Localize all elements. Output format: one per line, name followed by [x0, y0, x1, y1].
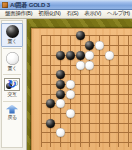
board-intersection[interactable] [95, 128, 105, 138]
board-intersection[interactable] [66, 128, 76, 138]
board-intersection[interactable] [56, 89, 66, 99]
board-intersection[interactable] [56, 128, 66, 138]
toolbar-separator [3, 48, 21, 49]
board-intersection[interactable] [66, 70, 76, 80]
board-intersection[interactable] [36, 31, 46, 41]
board-intersection[interactable] [46, 80, 56, 90]
board-intersection[interactable] [46, 118, 56, 128]
board-intersection[interactable] [46, 89, 56, 99]
board-intersection[interactable] [66, 41, 76, 51]
place-white-label: 置く [7, 66, 16, 72]
black-stone [76, 31, 85, 40]
board-intersection[interactable] [104, 80, 114, 90]
board-intersection[interactable] [124, 41, 132, 51]
board-intersection[interactable] [124, 31, 132, 41]
board-intersection[interactable] [46, 99, 56, 109]
board-intersection[interactable] [114, 70, 124, 80]
board-intersection[interactable] [124, 60, 132, 70]
white-stone [85, 61, 94, 70]
board-intersection[interactable] [124, 118, 132, 128]
menu-item-1[interactable]: 初期化(N) [35, 11, 63, 17]
board-intersection[interactable] [56, 118, 66, 128]
board-intersection[interactable] [104, 99, 114, 109]
white-stone [56, 99, 65, 108]
menu-item-4[interactable]: ヘルプ(H) [104, 11, 132, 17]
board-intersection[interactable] [114, 138, 124, 148]
go-board [31, 28, 132, 150]
board-intersection[interactable] [124, 128, 132, 138]
board-intersection[interactable] [85, 31, 95, 41]
white-stone [95, 41, 104, 50]
board-intersection[interactable] [75, 99, 85, 109]
board-intersection[interactable] [104, 51, 114, 61]
toolbar-separator [3, 101, 21, 102]
board-intersection[interactable] [124, 138, 132, 148]
board-intersection[interactable] [85, 118, 95, 128]
board-intersection[interactable] [95, 60, 105, 70]
white-stone [66, 80, 75, 89]
black-stone [85, 41, 94, 50]
menu-item-3[interactable]: 表示(V) [81, 11, 104, 17]
black-stone [56, 80, 65, 89]
board-intersection[interactable] [36, 99, 46, 109]
board-intersection[interactable] [124, 99, 132, 109]
board-intersection[interactable] [95, 51, 105, 61]
title-bar[interactable]: AI囲碁 GOLD 3 [0, 0, 132, 10]
board-intersection[interactable] [95, 109, 105, 119]
board-intersection[interactable] [124, 109, 132, 119]
board-intersection[interactable] [85, 109, 95, 119]
back-button[interactable]: 戻る [1, 103, 23, 123]
back-label: 戻る [7, 115, 16, 121]
board-intersection[interactable] [95, 138, 105, 148]
board-intersection[interactable] [36, 41, 46, 51]
white-stone [105, 51, 114, 60]
board-intersection[interactable] [46, 70, 56, 80]
board-intersection[interactable] [114, 118, 124, 128]
board-intersection[interactable] [66, 118, 76, 128]
board-intersection[interactable] [95, 41, 105, 51]
board-intersection[interactable] [85, 80, 95, 90]
place-black-label: 置く [7, 39, 16, 45]
board-intersection[interactable] [85, 51, 95, 61]
alternate-label: 交互 [8, 92, 17, 98]
board-intersection[interactable] [124, 80, 132, 90]
menu-item-2[interactable]: 石(S) [64, 11, 82, 17]
white-stone-icon [6, 52, 19, 65]
board-intersection[interactable] [75, 109, 85, 119]
black-stone-icon [6, 25, 19, 38]
board-intersection[interactable] [56, 80, 66, 90]
board-intersection[interactable] [114, 109, 124, 119]
board-intersection[interactable] [104, 109, 114, 119]
edit-toolbar-buttons: 置く置く↻交互戻る [1, 20, 23, 148]
black-stone [76, 51, 85, 60]
white-stone [66, 90, 75, 99]
board-intersection[interactable] [66, 60, 76, 70]
board-intersection[interactable] [114, 51, 124, 61]
go-grid [36, 31, 132, 147]
board-intersection[interactable] [46, 138, 56, 148]
board-intersection[interactable] [104, 128, 114, 138]
board-intersection[interactable] [75, 41, 85, 51]
place-white-button[interactable]: 置く [1, 50, 23, 74]
menu-bar: 盤面操作(B)初期化(N)石(S)表示(V)ヘルプ(H) [0, 10, 132, 19]
white-stone [56, 128, 65, 137]
board-intersection[interactable] [56, 51, 66, 61]
board-intersection[interactable] [46, 109, 56, 119]
board-intersection[interactable] [104, 60, 114, 70]
black-stone [56, 70, 65, 79]
board-intersection[interactable] [124, 89, 132, 99]
board-intersection[interactable] [85, 41, 95, 51]
board-intersection[interactable] [36, 80, 46, 90]
board-intersection[interactable] [95, 80, 105, 90]
board-intersection[interactable] [66, 89, 76, 99]
board-intersection[interactable] [46, 60, 56, 70]
app-window: AI囲碁 GOLD 3 盤面操作(B)初期化(N)石(S)表示(V)ヘルプ(H)… [0, 0, 132, 150]
board-intersection[interactable] [66, 99, 76, 109]
board-intersection[interactable] [114, 128, 124, 138]
board-intersection[interactable] [46, 41, 56, 51]
board-intersection[interactable] [95, 70, 105, 80]
board-intersection[interactable] [75, 138, 85, 148]
board-intersection[interactable] [104, 70, 114, 80]
board-intersection[interactable] [56, 138, 66, 148]
board-intersection[interactable] [114, 80, 124, 90]
board-intersection[interactable] [75, 118, 85, 128]
white-stone [66, 109, 75, 118]
board-intersection[interactable] [114, 31, 124, 41]
black-stone [56, 90, 65, 99]
board-intersection[interactable] [85, 89, 95, 99]
board-intersection[interactable] [75, 89, 85, 99]
board-intersection[interactable] [124, 51, 132, 61]
board-intersection[interactable] [36, 109, 46, 119]
board-intersection[interactable] [75, 31, 85, 41]
board-intersection[interactable] [95, 118, 105, 128]
board-intersection[interactable] [95, 89, 105, 99]
board-intersection[interactable] [36, 51, 46, 61]
place-black-button[interactable]: 置く [1, 23, 23, 47]
board-intersection[interactable] [66, 51, 76, 61]
board-intersection[interactable] [56, 99, 66, 109]
black-stone [46, 119, 55, 128]
board-intersection[interactable] [85, 70, 95, 80]
board-intersection[interactable] [56, 70, 66, 80]
board-intersection[interactable] [95, 99, 105, 109]
white-stone [76, 61, 85, 70]
board-intersection[interactable] [46, 128, 56, 138]
black-stone [46, 99, 55, 108]
board-intersection[interactable] [66, 138, 76, 148]
board-intersection[interactable] [36, 118, 46, 128]
board-intersection[interactable] [75, 70, 85, 80]
edit-toolbar: 置く置く↻交互戻る [0, 19, 27, 150]
board-intersection[interactable] [56, 60, 66, 70]
board-intersection[interactable] [56, 41, 66, 51]
board-intersection[interactable] [85, 128, 95, 138]
board-intersection[interactable] [85, 99, 95, 109]
board-intersection[interactable] [104, 89, 114, 99]
board-intersection[interactable] [95, 31, 105, 41]
board-intersection[interactable] [104, 41, 114, 51]
board-intersection[interactable] [36, 89, 46, 99]
board-intersection[interactable] [124, 70, 132, 80]
alternate-button[interactable]: ↻交互 [1, 76, 23, 100]
board-intersection[interactable] [46, 31, 56, 41]
up-arrow-icon [6, 105, 18, 114]
board-intersection[interactable] [75, 80, 85, 90]
board-intersection[interactable] [114, 99, 124, 109]
board-intersection[interactable] [66, 80, 76, 90]
board-intersection[interactable] [66, 31, 76, 41]
board-intersection[interactable] [104, 31, 114, 41]
board-intersection[interactable] [36, 70, 46, 80]
toolbar-separator [3, 74, 21, 75]
board-intersection[interactable] [46, 51, 56, 61]
white-stone [85, 51, 94, 60]
board-intersection[interactable] [36, 128, 46, 138]
alternate-stones-icon: ↻ [4, 78, 20, 91]
board-intersection[interactable] [36, 60, 46, 70]
black-stone [66, 51, 75, 60]
app-icon [2, 2, 8, 8]
board-intersection[interactable] [56, 31, 66, 41]
window-title: AI囲碁 GOLD 3 [10, 2, 50, 8]
board-intersection[interactable] [75, 51, 85, 61]
menu-item-0[interactable]: 盤面操作(B) [2, 11, 35, 17]
board-intersection[interactable] [56, 109, 66, 119]
board-intersection[interactable] [66, 109, 76, 119]
board-intersection[interactable] [114, 41, 124, 51]
board-intersection[interactable] [36, 138, 46, 148]
board-intersection[interactable] [104, 138, 114, 148]
board-intersection[interactable] [75, 60, 85, 70]
board-intersection[interactable] [104, 118, 114, 128]
board-intersection[interactable] [85, 60, 95, 70]
board-intersection[interactable] [114, 60, 124, 70]
board-table [27, 19, 132, 150]
board-intersection[interactable] [85, 138, 95, 148]
board-intersection[interactable] [114, 89, 124, 99]
board-intersection[interactable] [75, 128, 85, 138]
black-stone [56, 51, 65, 60]
content-area: 置く置く↻交互戻る [0, 19, 132, 150]
